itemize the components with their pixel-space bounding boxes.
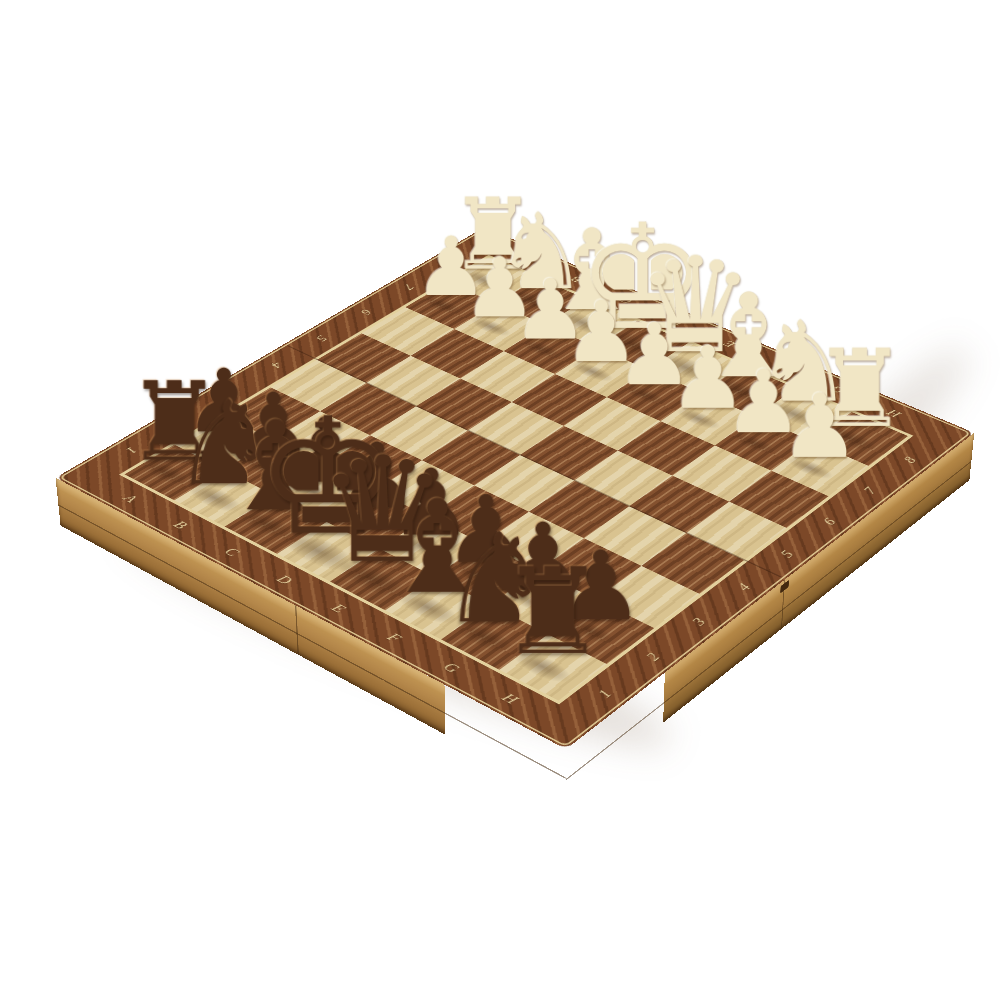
rook-glyph: ♜	[500, 543, 607, 681]
pawn-glyph: ♟	[780, 375, 859, 479]
product-photo-stage: ABCDEFGH ABCDEFGH 87654321 87654321 ♜♞♝♚…	[0, 0, 1000, 1000]
pieces-layer: ♜♞♝♚♛♝♞♜♟♟♟♟♟♟♟♟♟♟♟♟♟♟♟♟♜♞♝♚♛♝♞♜	[125, 257, 908, 700]
white-pawn-h7[interactable]: ♟	[709, 387, 930, 468]
fold-seam-side	[295, 605, 299, 655]
black-rook-h1[interactable]: ♜	[432, 557, 675, 667]
scene: ABCDEFGH ABCDEFGH 87654321 87654321 ♜♞♝♚…	[0, 0, 1000, 1000]
board-top-face: ABCDEFGH ABCDEFGH 87654321 87654321 ♜♞♝♚…	[56, 227, 975, 749]
chess-board: ABCDEFGH ABCDEFGH 87654321 87654321 ♜♞♝♚…	[56, 227, 975, 749]
